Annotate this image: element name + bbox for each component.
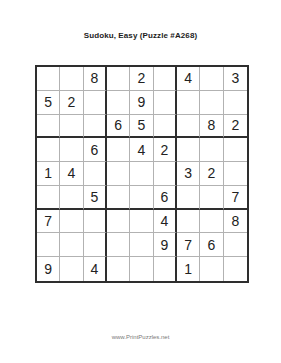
sudoku-cell-r2c7 [177, 91, 200, 115]
sudoku-cell-r9c5 [130, 257, 153, 281]
page-title: Sudoku, Easy (Puzzle #A268) [0, 31, 281, 40]
sudoku-cell-r6c8 [200, 186, 223, 210]
sudoku-cell-r3c1 [37, 115, 60, 139]
sudoku-cell-r5c2: 4 [60, 162, 83, 186]
sudoku-cell-r7c1: 7 [37, 210, 60, 234]
sudoku-cell-r8c4 [107, 233, 130, 257]
sudoku-cell-r1c8 [200, 67, 223, 91]
sudoku-cell-r1c1 [37, 67, 60, 91]
sudoku-cell-r1c6 [154, 67, 177, 91]
sudoku-cell-r3c3 [84, 115, 107, 139]
sudoku-cell-r6c5 [130, 186, 153, 210]
sudoku-cell-r7c6: 4 [154, 210, 177, 234]
sudoku-cell-r5c3 [84, 162, 107, 186]
sudoku-cell-r1c4 [107, 67, 130, 91]
sudoku-cell-r5c9 [224, 162, 247, 186]
sudoku-cell-r7c9: 8 [224, 210, 247, 234]
sudoku-cell-r4c3: 6 [84, 138, 107, 162]
sudoku-cell-r1c3: 8 [84, 67, 107, 91]
sudoku-cell-r8c2 [60, 233, 83, 257]
sudoku-cell-r7c2 [60, 210, 83, 234]
sudoku-cell-r8c8: 6 [200, 233, 223, 257]
sudoku-cell-r3c4: 6 [107, 115, 130, 139]
sudoku-cell-r3c6 [154, 115, 177, 139]
sudoku-cell-r5c7: 3 [177, 162, 200, 186]
sudoku-cell-r4c6: 2 [154, 138, 177, 162]
sudoku-cell-r8c7: 7 [177, 233, 200, 257]
sudoku-cell-r4c8 [200, 138, 223, 162]
sudoku-cell-r5c5 [130, 162, 153, 186]
sudoku-cell-r2c1: 5 [37, 91, 60, 115]
sudoku-cell-r9c3: 4 [84, 257, 107, 281]
sudoku-cell-r8c3 [84, 233, 107, 257]
sudoku-cell-r5c1: 1 [37, 162, 60, 186]
sudoku-cell-r7c4 [107, 210, 130, 234]
sudoku-cell-r9c9 [224, 257, 247, 281]
sudoku-cell-r5c4 [107, 162, 130, 186]
sudoku-cell-r6c2 [60, 186, 83, 210]
sudoku-cell-r3c9: 2 [224, 115, 247, 139]
sudoku-cell-r3c2 [60, 115, 83, 139]
sudoku-cell-r8c1 [37, 233, 60, 257]
sudoku-cell-r4c9 [224, 138, 247, 162]
sudoku-cell-r2c3 [84, 91, 107, 115]
sudoku-cell-r9c7: 1 [177, 257, 200, 281]
sudoku-cell-r9c8 [200, 257, 223, 281]
sudoku-cell-r4c7 [177, 138, 200, 162]
sudoku-cell-r9c4 [107, 257, 130, 281]
sudoku-cell-r1c9: 3 [224, 67, 247, 91]
sudoku-cell-r2c2: 2 [60, 91, 83, 115]
sudoku-cell-r5c8: 2 [200, 162, 223, 186]
sudoku-cell-r1c7: 4 [177, 67, 200, 91]
sudoku-cell-r2c9 [224, 91, 247, 115]
sudoku-cell-r3c8: 8 [200, 115, 223, 139]
sudoku-cell-r8c9 [224, 233, 247, 257]
sudoku-cell-r5c6 [154, 162, 177, 186]
sudoku-cell-r6c1 [37, 186, 60, 210]
sudoku-cell-r6c4 [107, 186, 130, 210]
sudoku-cell-r7c5 [130, 210, 153, 234]
sudoku-cell-r9c1: 9 [37, 257, 60, 281]
sudoku-cell-r7c7 [177, 210, 200, 234]
sudoku-cell-r4c4 [107, 138, 130, 162]
sudoku-cell-r3c5: 5 [130, 115, 153, 139]
sudoku-cell-r8c5 [130, 233, 153, 257]
sudoku-cell-r9c2 [60, 257, 83, 281]
sudoku-cell-r4c2 [60, 138, 83, 162]
sudoku-cell-r6c6: 6 [154, 186, 177, 210]
sudoku-cell-r6c3: 5 [84, 186, 107, 210]
sudoku-cell-r6c9: 7 [224, 186, 247, 210]
sudoku-cell-r8c6: 9 [154, 233, 177, 257]
sudoku-cell-r1c2 [60, 67, 83, 91]
sudoku-cell-r2c4 [107, 91, 130, 115]
sudoku-cell-r4c5: 4 [130, 138, 153, 162]
sudoku-cell-r3c7 [177, 115, 200, 139]
sudoku-cell-r2c6 [154, 91, 177, 115]
sudoku-cell-r6c7 [177, 186, 200, 210]
sudoku-cell-r7c3 [84, 210, 107, 234]
sudoku-page: Sudoku, Easy (Puzzle #A268) 824352965826… [0, 0, 281, 363]
sudoku-cell-r2c5: 9 [130, 91, 153, 115]
sudoku-cell-r7c8 [200, 210, 223, 234]
sudoku-cell-r1c5: 2 [130, 67, 153, 91]
sudoku-board: 824352965826421432567748976941 [35, 65, 249, 283]
sudoku-cell-r4c1 [37, 138, 60, 162]
sudoku-cell-r9c6 [154, 257, 177, 281]
footer-url: www.PrintPuzzles.net [0, 334, 281, 340]
sudoku-cell-r2c8 [200, 91, 223, 115]
